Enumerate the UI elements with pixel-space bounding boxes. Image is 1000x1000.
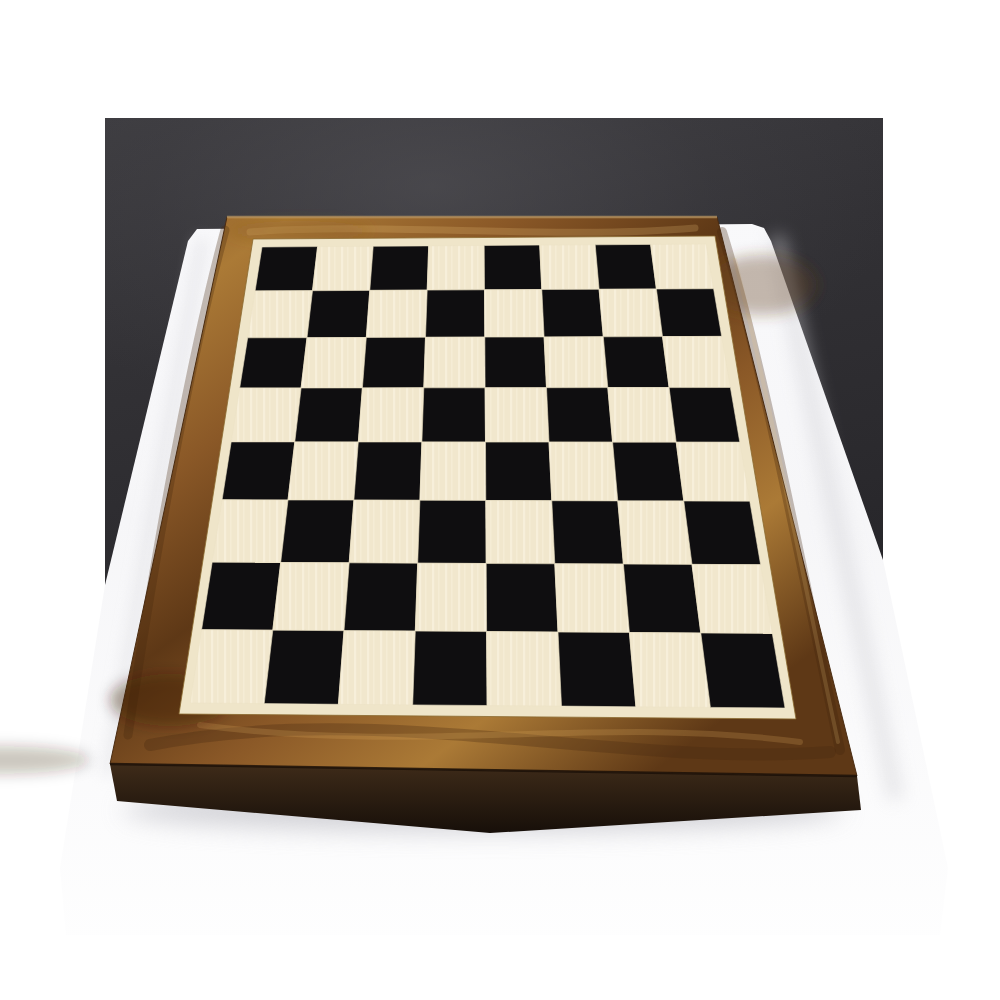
- square-r3c5-dark: [485, 337, 547, 388]
- square-r3c8-light: [663, 336, 731, 387]
- square-r4c7-light: [608, 388, 676, 443]
- square-r4c5-light: [485, 388, 549, 442]
- square-r2c6-dark: [542, 289, 604, 337]
- square-r3c4-light: [424, 337, 485, 388]
- square-r4c4-dark: [422, 388, 486, 442]
- square-r8c4-dark: [413, 631, 487, 705]
- square-r3c6-light: [544, 337, 608, 388]
- chessboard-product-photo: [0, 0, 1000, 1000]
- square-r5c2-light: [288, 442, 358, 500]
- square-r7c2-light: [273, 563, 349, 631]
- square-r6c1-light: [212, 500, 288, 563]
- square-r5c3-dark: [354, 442, 422, 500]
- board-squares: [190, 244, 785, 708]
- square-r6c3-light: [349, 500, 420, 563]
- square-r2c3-light: [366, 290, 427, 337]
- square-r1c1-dark: [255, 247, 318, 291]
- square-r7c1-dark: [202, 562, 281, 630]
- square-r5c8-light: [676, 442, 750, 501]
- square-r1c2-light: [313, 246, 374, 290]
- square-r8c6-dark: [558, 632, 636, 707]
- square-r8c5-light: [487, 632, 562, 707]
- square-r7c5-dark: [486, 564, 558, 633]
- square-r2c7-light: [599, 289, 662, 337]
- square-r3c3-dark: [362, 337, 425, 388]
- square-r2c8-dark: [656, 289, 721, 337]
- square-r5c4-light: [420, 442, 486, 501]
- square-r1c3-dark: [370, 246, 429, 291]
- square-r6c4-dark: [418, 500, 487, 563]
- square-r5c7-dark: [613, 442, 684, 501]
- square-r6c5-light: [486, 501, 555, 564]
- square-r6c2-dark: [281, 500, 354, 563]
- square-r1c6-light: [540, 245, 599, 290]
- square-r3c1-dark: [240, 338, 307, 388]
- square-r3c7-dark: [603, 337, 669, 388]
- square-r6c6-dark: [552, 501, 624, 564]
- square-r6c8-dark: [684, 501, 761, 565]
- square-r8c7-light: [629, 633, 710, 708]
- square-r7c6-light: [555, 564, 630, 633]
- square-r1c5-dark: [484, 245, 542, 290]
- square-r5c6-light: [549, 442, 618, 501]
- square-r5c5-dark: [486, 442, 552, 501]
- square-r8c3-light: [338, 631, 415, 705]
- square-r2c2-dark: [307, 290, 370, 337]
- square-r8c2-dark: [264, 630, 344, 704]
- square-r7c3-dark: [344, 563, 418, 631]
- square-r4c2-dark: [295, 388, 363, 442]
- square-r2c1-light: [248, 291, 313, 338]
- square-r1c8-light: [651, 244, 714, 289]
- square-r2c5-light: [485, 290, 545, 338]
- square-r1c7-dark: [595, 244, 656, 289]
- square-r3c2-light: [301, 338, 366, 389]
- square-r8c8-dark: [701, 633, 785, 708]
- square-r1c4-light: [427, 246, 484, 291]
- square-r4c8-dark: [669, 388, 740, 443]
- square-r4c3-light: [358, 388, 424, 442]
- square-r2c4-dark: [426, 290, 485, 338]
- square-r4c6-dark: [547, 388, 613, 443]
- chess-board: [0, 0, 1000, 1000]
- square-r7c7-dark: [623, 564, 700, 633]
- square-r7c4-light: [415, 563, 486, 631]
- square-r7c8-light: [692, 564, 772, 633]
- square-r5c1-dark: [222, 442, 295, 500]
- square-r6c7-light: [618, 501, 692, 565]
- square-r8c1-light: [190, 630, 273, 704]
- square-r4c1-light: [231, 388, 301, 442]
